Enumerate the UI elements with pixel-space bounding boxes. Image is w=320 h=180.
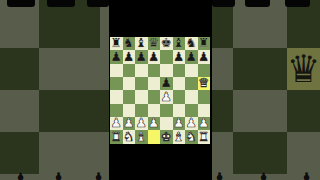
background-pawn-icon: ♟ [212, 170, 225, 180]
piece-white-pawn[interactable]: ♟ [136, 117, 147, 130]
bg-square [233, 90, 287, 132]
bg-square [287, 0, 320, 48]
square-c7[interactable]: ♟ [135, 50, 148, 63]
piece-white-pawn[interactable]: ♟ [123, 117, 134, 130]
piece-white-pawn[interactable]: ♟ [148, 117, 159, 130]
background-pawn-icon: ♟ [12, 170, 26, 180]
piece-black-pawn[interactable]: ♟ [148, 51, 159, 64]
square-d4[interactable] [148, 90, 161, 103]
square-e8[interactable]: ♚ [160, 37, 173, 50]
square-d7[interactable]: ♟ [148, 50, 161, 63]
square-a5[interactable] [110, 77, 123, 90]
piece-white-knight[interactable]: ♞ [186, 131, 197, 144]
piece-white-pawn[interactable]: ♟ [186, 117, 197, 130]
square-c6[interactable] [135, 64, 148, 77]
square-g7[interactable]: ♟ [185, 50, 198, 63]
background-board-left: ♟ ♟ ♟ [0, 0, 109, 180]
square-f6[interactable] [173, 64, 186, 77]
square-e7[interactable] [160, 50, 173, 63]
chess-board[interactable]: ♜♞♝♛♚♝♞♜♟♟♟♟♟♟♟♟♛♟♟♟♟♟♟♟♟♜♞♝♚♝♞♜ [110, 37, 210, 144]
square-d6[interactable] [148, 64, 161, 77]
piece-white-bishop[interactable]: ♝ [173, 131, 184, 144]
square-d5[interactable] [148, 77, 161, 90]
piece-white-pawn[interactable]: ♟ [161, 91, 172, 104]
square-b6[interactable] [123, 64, 136, 77]
square-b7[interactable]: ♟ [123, 50, 136, 63]
piece-white-rook[interactable]: ♜ [111, 131, 122, 144]
bg-square [287, 90, 320, 132]
bg-square [0, 90, 39, 132]
square-g1[interactable]: ♞ [185, 130, 198, 143]
piece-white-pawn[interactable]: ♟ [173, 117, 184, 130]
bg-square [212, 48, 233, 90]
bg-square [39, 48, 109, 90]
square-g6[interactable] [185, 64, 198, 77]
square-a4[interactable] [110, 90, 123, 103]
square-f4[interactable] [173, 90, 186, 103]
video-frame: ♟ ♟ ♟ ♛ ♟ ♟ ♟ ♜♞♝♛♚♝♞♜♟♟♟♟♟♟♟♟♛♟♟♟♟♟♟♟♟♜… [0, 0, 320, 180]
square-d2[interactable]: ♟ [148, 117, 161, 130]
square-f5[interactable] [173, 77, 186, 90]
bg-square [0, 48, 39, 90]
piece-white-bishop[interactable]: ♝ [136, 131, 147, 144]
square-h4[interactable] [198, 90, 211, 103]
piece-black-pawn[interactable]: ♟ [123, 51, 134, 64]
black-piece-base-icon [87, 0, 109, 7]
piece-white-pawn[interactable]: ♟ [198, 117, 209, 130]
bg-square [39, 0, 100, 48]
square-c1[interactable]: ♝ [135, 130, 148, 143]
square-a7[interactable]: ♟ [110, 50, 123, 63]
bg-square [39, 90, 109, 132]
piece-white-queen[interactable]: ♛ [198, 77, 209, 90]
square-d1[interactable] [148, 130, 161, 143]
bg-square [212, 0, 233, 48]
black-piece-base-icon [47, 0, 75, 7]
piece-white-pawn[interactable]: ♟ [111, 117, 122, 130]
square-b5[interactable] [123, 77, 136, 90]
piece-black-pawn[interactable]: ♟ [161, 77, 172, 90]
piece-black-king[interactable]: ♚ [161, 37, 172, 50]
square-g5[interactable] [185, 77, 198, 90]
piece-black-pawn[interactable]: ♟ [136, 51, 147, 64]
square-b4[interactable] [123, 90, 136, 103]
square-g4[interactable] [185, 90, 198, 103]
piece-black-pawn[interactable]: ♟ [186, 51, 197, 64]
square-a1[interactable]: ♜ [110, 130, 123, 143]
background-pawn-icon: ♟ [298, 170, 312, 180]
square-e3[interactable] [160, 104, 173, 117]
square-h7[interactable]: ♟ [198, 50, 211, 63]
background-queen-icon: ♛ [286, 50, 320, 88]
piece-black-pawn[interactable]: ♟ [198, 51, 209, 64]
bg-square [233, 0, 287, 48]
piece-black-pawn[interactable]: ♟ [111, 51, 122, 64]
black-piece-base-icon [245, 0, 270, 7]
square-b1[interactable]: ♞ [123, 130, 136, 143]
piece-white-king[interactable]: ♚ [161, 131, 172, 144]
background-board-right: ♛ ♟ ♟ ♟ [212, 0, 320, 180]
background-pawn-icon: ♟ [90, 170, 104, 180]
square-f1[interactable]: ♝ [173, 130, 186, 143]
black-piece-base-icon [212, 0, 235, 7]
square-c5[interactable] [135, 77, 148, 90]
background-highlight-square: ♛ [287, 48, 320, 90]
piece-white-rook[interactable]: ♜ [198, 131, 209, 144]
square-h1[interactable]: ♜ [198, 130, 211, 143]
square-a6[interactable] [110, 64, 123, 77]
bg-square [100, 0, 109, 48]
black-piece-base-icon [7, 0, 35, 7]
background-pawn-icon: ♟ [255, 170, 269, 180]
piece-white-knight[interactable]: ♞ [123, 131, 134, 144]
bg-square [0, 0, 39, 48]
piece-black-pawn[interactable]: ♟ [173, 51, 184, 64]
bg-square [233, 48, 287, 90]
bg-square [212, 90, 233, 132]
square-e4[interactable]: ♟ [160, 90, 173, 103]
background-pawn-icon: ♟ [50, 170, 64, 180]
square-c4[interactable] [135, 90, 148, 103]
black-piece-base-icon [285, 0, 310, 7]
square-e1[interactable]: ♚ [160, 130, 173, 143]
square-h5[interactable]: ♛ [198, 77, 211, 90]
square-f7[interactable]: ♟ [173, 50, 186, 63]
